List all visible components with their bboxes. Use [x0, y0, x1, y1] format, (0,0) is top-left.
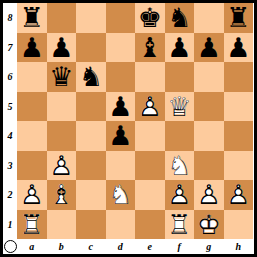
square-c1[interactable] — [76, 210, 106, 240]
black-pawn: ♟ — [224, 33, 254, 63]
white-pawn: ♟♙ — [47, 151, 77, 181]
square-b8[interactable] — [47, 3, 77, 33]
rank-label-7: 7 — [3, 33, 17, 63]
white-pawn: ♟♙ — [165, 180, 195, 210]
black-pawn: ♟ — [106, 121, 136, 151]
white-pawn: ♟♙ — [17, 180, 47, 210]
chess-board: ♜♚♞♜♟♟♝♟♟♟♛♞♟♟♙♛♕♟♟♙♞♘♟♙♝♗♞♘♟♙♟♙♟♙♜♖♜♖♚♔ — [17, 3, 253, 239]
square-c5[interactable] — [76, 92, 106, 122]
square-d6[interactable] — [106, 62, 136, 92]
black-rook: ♜ — [224, 3, 254, 33]
white-bishop: ♝♗ — [47, 180, 77, 210]
square-f1[interactable]: ♜♖ — [165, 210, 195, 240]
rank-label-5: 5 — [3, 92, 17, 122]
white-pawn: ♟♙ — [224, 180, 254, 210]
square-f4[interactable] — [165, 121, 195, 151]
square-g4[interactable] — [194, 121, 224, 151]
rank-label-1: 1 — [3, 210, 17, 240]
chess-diagram: 87654321 ♜♚♞♜♟♟♝♟♟♟♛♞♟♟♙♛♕♟♟♙♞♘♟♙♝♗♞♘♟♙♟… — [0, 0, 257, 257]
square-a7[interactable]: ♟ — [17, 33, 47, 63]
square-b7[interactable]: ♟ — [47, 33, 77, 63]
square-e6[interactable] — [135, 62, 165, 92]
square-c2[interactable] — [76, 180, 106, 210]
square-b1[interactable] — [47, 210, 77, 240]
white-king: ♚♔ — [194, 210, 224, 240]
square-b5[interactable] — [47, 92, 77, 122]
white-pawn: ♟♙ — [194, 180, 224, 210]
square-d5[interactable]: ♟ — [106, 92, 136, 122]
square-f8[interactable]: ♞ — [165, 3, 195, 33]
file-label-c: c — [76, 239, 106, 254]
black-pawn: ♟ — [194, 33, 224, 63]
file-label-g: g — [194, 239, 224, 254]
black-queen: ♛ — [47, 62, 77, 92]
square-d1[interactable] — [106, 210, 136, 240]
white-rook: ♜♖ — [17, 210, 47, 240]
rank-label-2: 2 — [3, 180, 17, 210]
white-queen: ♛♕ — [165, 92, 195, 122]
file-label-d: d — [106, 239, 136, 254]
square-f7[interactable]: ♟ — [165, 33, 195, 63]
square-g5[interactable] — [194, 92, 224, 122]
white-pawn: ♟♙ — [135, 92, 165, 122]
square-e1[interactable] — [135, 210, 165, 240]
square-g2[interactable]: ♟♙ — [194, 180, 224, 210]
rank-label-6: 6 — [3, 62, 17, 92]
rank-label-4: 4 — [3, 121, 17, 151]
black-king: ♚ — [135, 3, 165, 33]
white-knight: ♞♘ — [165, 151, 195, 181]
file-label-h: h — [224, 239, 254, 254]
black-rook: ♜ — [17, 3, 47, 33]
square-b6[interactable]: ♛ — [47, 62, 77, 92]
square-a2[interactable]: ♟♙ — [17, 180, 47, 210]
square-d2[interactable]: ♞♘ — [106, 180, 136, 210]
side-to-move-indicator — [4, 240, 17, 253]
square-e4[interactable] — [135, 121, 165, 151]
square-h1[interactable] — [224, 210, 254, 240]
square-d7[interactable] — [106, 33, 136, 63]
white-rook: ♜♖ — [165, 210, 195, 240]
square-h2[interactable]: ♟♙ — [224, 180, 254, 210]
square-e5[interactable]: ♟♙ — [135, 92, 165, 122]
square-a3[interactable] — [17, 151, 47, 181]
square-h4[interactable] — [224, 121, 254, 151]
file-label-f: f — [165, 239, 195, 254]
square-g1[interactable]: ♚♔ — [194, 210, 224, 240]
black-pawn: ♟ — [47, 33, 77, 63]
square-a4[interactable] — [17, 121, 47, 151]
square-h3[interactable] — [224, 151, 254, 181]
black-pawn: ♟ — [17, 33, 47, 63]
square-a8[interactable]: ♜ — [17, 3, 47, 33]
rank-label-8: 8 — [3, 3, 17, 33]
square-f6[interactable] — [165, 62, 195, 92]
square-b3[interactable]: ♟♙ — [47, 151, 77, 181]
square-c7[interactable] — [76, 33, 106, 63]
file-label-a: a — [17, 239, 47, 254]
square-h7[interactable]: ♟ — [224, 33, 254, 63]
square-g8[interactable] — [194, 3, 224, 33]
rank-labels: 87654321 — [3, 3, 17, 239]
square-e7[interactable]: ♝ — [135, 33, 165, 63]
square-d8[interactable] — [106, 3, 136, 33]
square-h5[interactable] — [224, 92, 254, 122]
file-labels: abcdefgh — [17, 239, 253, 254]
square-f3[interactable]: ♞♘ — [165, 151, 195, 181]
square-f2[interactable]: ♟♙ — [165, 180, 195, 210]
square-b4[interactable] — [47, 121, 77, 151]
square-c4[interactable] — [76, 121, 106, 151]
square-a5[interactable] — [17, 92, 47, 122]
square-c8[interactable] — [76, 3, 106, 33]
square-c6[interactable]: ♞ — [76, 62, 106, 92]
square-f5[interactable]: ♛♕ — [165, 92, 195, 122]
square-e3[interactable] — [135, 151, 165, 181]
square-a1[interactable]: ♜♖ — [17, 210, 47, 240]
black-knight: ♞ — [165, 3, 195, 33]
square-a6[interactable] — [17, 62, 47, 92]
black-knight: ♞ — [76, 62, 106, 92]
square-h6[interactable] — [224, 62, 254, 92]
square-c3[interactable] — [76, 151, 106, 181]
rank-label-3: 3 — [3, 151, 17, 181]
black-pawn: ♟ — [165, 33, 195, 63]
white-knight: ♞♘ — [106, 180, 136, 210]
square-e8[interactable]: ♚ — [135, 3, 165, 33]
square-g6[interactable] — [194, 62, 224, 92]
square-h8[interactable]: ♜ — [224, 3, 254, 33]
square-g7[interactable]: ♟ — [194, 33, 224, 63]
black-bishop: ♝ — [135, 33, 165, 63]
file-label-b: b — [47, 239, 77, 254]
square-e2[interactable] — [135, 180, 165, 210]
black-pawn: ♟ — [106, 92, 136, 122]
square-d3[interactable] — [106, 151, 136, 181]
square-g3[interactable] — [194, 151, 224, 181]
square-b2[interactable]: ♝♗ — [47, 180, 77, 210]
file-label-e: e — [135, 239, 165, 254]
square-d4[interactable]: ♟ — [106, 121, 136, 151]
